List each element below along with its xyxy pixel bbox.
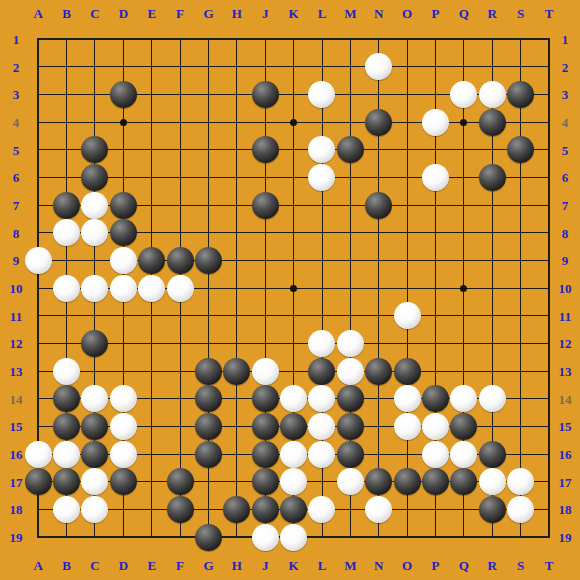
intersection-O15[interactable]	[393, 413, 421, 441]
intersection-N16[interactable]	[365, 440, 393, 468]
intersection-C14[interactable]	[81, 385, 109, 413]
black-stone-Q15[interactable]	[450, 413, 477, 440]
intersection-C5[interactable]	[81, 136, 109, 164]
intersection-G17[interactable]	[194, 468, 222, 496]
intersection-F8[interactable]	[166, 219, 194, 247]
black-stone-M16[interactable]	[337, 441, 364, 468]
white-stone-D16[interactable]	[110, 441, 137, 468]
white-stone-K16[interactable]	[280, 441, 307, 468]
intersection-F14[interactable]	[166, 385, 194, 413]
intersection-D10[interactable]	[109, 274, 137, 302]
black-stone-N7[interactable]	[365, 192, 392, 219]
intersection-S5[interactable]	[506, 136, 534, 164]
white-stone-R14[interactable]	[479, 385, 506, 412]
black-stone-J18[interactable]	[252, 496, 279, 523]
intersection-D19[interactable]	[109, 523, 137, 551]
intersection-Q4[interactable]	[450, 108, 478, 136]
intersection-J11[interactable]	[251, 302, 279, 330]
intersection-E12[interactable]	[138, 330, 166, 358]
intersection-D7[interactable]	[109, 191, 137, 219]
intersection-B1[interactable]	[52, 25, 80, 53]
black-stone-C16[interactable]	[81, 441, 108, 468]
white-stone-L16[interactable]	[308, 441, 335, 468]
intersection-C6[interactable]	[81, 164, 109, 192]
intersection-D6[interactable]	[109, 164, 137, 192]
intersection-M14[interactable]	[336, 385, 364, 413]
intersection-G16[interactable]	[194, 440, 222, 468]
white-stone-Q16[interactable]	[450, 441, 477, 468]
intersection-L8[interactable]	[308, 219, 336, 247]
intersection-O7[interactable]	[393, 191, 421, 219]
intersection-T18[interactable]	[535, 496, 563, 524]
intersection-Q6[interactable]	[450, 164, 478, 192]
white-stone-B18[interactable]	[53, 496, 80, 523]
intersection-R19[interactable]	[478, 523, 506, 551]
white-stone-D10[interactable]	[110, 275, 137, 302]
intersection-H14[interactable]	[223, 385, 251, 413]
intersection-D11[interactable]	[109, 302, 137, 330]
intersection-Q14[interactable]	[450, 385, 478, 413]
intersection-T6[interactable]	[535, 164, 563, 192]
intersection-Q16[interactable]	[450, 440, 478, 468]
intersection-F12[interactable]	[166, 330, 194, 358]
intersection-O11[interactable]	[393, 302, 421, 330]
intersection-A17[interactable]	[24, 468, 52, 496]
intersection-E5[interactable]	[138, 136, 166, 164]
intersection-G12[interactable]	[194, 330, 222, 358]
intersection-R9[interactable]	[478, 247, 506, 275]
intersection-S4[interactable]	[506, 108, 534, 136]
intersection-E16[interactable]	[138, 440, 166, 468]
intersection-B12[interactable]	[52, 330, 80, 358]
intersection-N6[interactable]	[365, 164, 393, 192]
intersection-E11[interactable]	[138, 302, 166, 330]
intersection-N7[interactable]	[365, 191, 393, 219]
intersection-O5[interactable]	[393, 136, 421, 164]
intersection-J16[interactable]	[251, 440, 279, 468]
intersection-E15[interactable]	[138, 413, 166, 441]
intersection-L1[interactable]	[308, 25, 336, 53]
intersection-K7[interactable]	[279, 191, 307, 219]
intersection-K17[interactable]	[279, 468, 307, 496]
intersection-G15[interactable]	[194, 413, 222, 441]
intersection-K6[interactable]	[279, 164, 307, 192]
black-stone-B17[interactable]	[53, 468, 80, 495]
intersection-S3[interactable]	[506, 81, 534, 109]
intersection-L9[interactable]	[308, 247, 336, 275]
intersection-D9[interactable]	[109, 247, 137, 275]
white-stone-J13[interactable]	[252, 358, 279, 385]
intersection-E18[interactable]	[138, 496, 166, 524]
white-stone-C7[interactable]	[81, 192, 108, 219]
intersection-H12[interactable]	[223, 330, 251, 358]
black-stone-R18[interactable]	[479, 496, 506, 523]
white-stone-N18[interactable]	[365, 496, 392, 523]
intersection-K11[interactable]	[279, 302, 307, 330]
intersection-C4[interactable]	[81, 108, 109, 136]
black-stone-M14[interactable]	[337, 385, 364, 412]
intersection-R16[interactable]	[478, 440, 506, 468]
intersection-S19[interactable]	[506, 523, 534, 551]
black-stone-N13[interactable]	[365, 358, 392, 385]
intersection-L13[interactable]	[308, 357, 336, 385]
intersection-K3[interactable]	[279, 81, 307, 109]
intersection-O14[interactable]	[393, 385, 421, 413]
white-stone-C8[interactable]	[81, 219, 108, 246]
black-stone-J17[interactable]	[252, 468, 279, 495]
intersection-N12[interactable]	[365, 330, 393, 358]
intersection-N18[interactable]	[365, 496, 393, 524]
white-stone-P6[interactable]	[422, 164, 449, 191]
intersection-C17[interactable]	[81, 468, 109, 496]
intersection-M1[interactable]	[336, 25, 364, 53]
black-stone-G16[interactable]	[195, 441, 222, 468]
intersection-A10[interactable]	[24, 274, 52, 302]
white-stone-O15[interactable]	[394, 413, 421, 440]
white-stone-L12[interactable]	[308, 330, 335, 357]
intersection-N9[interactable]	[365, 247, 393, 275]
white-stone-L14[interactable]	[308, 385, 335, 412]
black-stone-K18[interactable]	[280, 496, 307, 523]
intersection-A4[interactable]	[24, 108, 52, 136]
black-stone-E9[interactable]	[138, 247, 165, 274]
intersection-C10[interactable]	[81, 274, 109, 302]
intersection-R2[interactable]	[478, 53, 506, 81]
intersection-S13[interactable]	[506, 357, 534, 385]
intersection-D1[interactable]	[109, 25, 137, 53]
black-stone-B14[interactable]	[53, 385, 80, 412]
intersection-R6[interactable]	[478, 164, 506, 192]
intersection-O12[interactable]	[393, 330, 421, 358]
intersection-S17[interactable]	[506, 468, 534, 496]
intersection-G13[interactable]	[194, 357, 222, 385]
intersection-M7[interactable]	[336, 191, 364, 219]
black-stone-B7[interactable]	[53, 192, 80, 219]
intersection-Q11[interactable]	[450, 302, 478, 330]
intersection-C19[interactable]	[81, 523, 109, 551]
intersection-O6[interactable]	[393, 164, 421, 192]
intersection-H1[interactable]	[223, 25, 251, 53]
intersection-P8[interactable]	[421, 219, 449, 247]
white-stone-J19[interactable]	[252, 524, 279, 551]
black-stone-C12[interactable]	[81, 330, 108, 357]
intersection-E10[interactable]	[138, 274, 166, 302]
intersection-P6[interactable]	[421, 164, 449, 192]
intersection-T12[interactable]	[535, 330, 563, 358]
black-stone-J14[interactable]	[252, 385, 279, 412]
intersection-C12[interactable]	[81, 330, 109, 358]
intersection-A3[interactable]	[24, 81, 52, 109]
intersection-F18[interactable]	[166, 496, 194, 524]
intersection-L4[interactable]	[308, 108, 336, 136]
white-stone-A16[interactable]	[25, 441, 52, 468]
intersection-C16[interactable]	[81, 440, 109, 468]
intersection-A5[interactable]	[24, 136, 52, 164]
intersection-J14[interactable]	[251, 385, 279, 413]
intersection-E19[interactable]	[138, 523, 166, 551]
intersection-H13[interactable]	[223, 357, 251, 385]
intersection-P14[interactable]	[421, 385, 449, 413]
white-stone-P15[interactable]	[422, 413, 449, 440]
white-stone-B10[interactable]	[53, 275, 80, 302]
intersection-O18[interactable]	[393, 496, 421, 524]
intersection-S7[interactable]	[506, 191, 534, 219]
intersection-B17[interactable]	[52, 468, 80, 496]
intersection-A11[interactable]	[24, 302, 52, 330]
intersection-G2[interactable]	[194, 53, 222, 81]
intersection-S14[interactable]	[506, 385, 534, 413]
intersection-E13[interactable]	[138, 357, 166, 385]
intersection-L15[interactable]	[308, 413, 336, 441]
intersection-C7[interactable]	[81, 191, 109, 219]
intersection-L3[interactable]	[308, 81, 336, 109]
intersection-J10[interactable]	[251, 274, 279, 302]
intersection-P10[interactable]	[421, 274, 449, 302]
intersection-C15[interactable]	[81, 413, 109, 441]
intersection-R8[interactable]	[478, 219, 506, 247]
intersection-D15[interactable]	[109, 413, 137, 441]
white-stone-S17[interactable]	[507, 468, 534, 495]
intersection-B13[interactable]	[52, 357, 80, 385]
intersection-K2[interactable]	[279, 53, 307, 81]
black-stone-F9[interactable]	[167, 247, 194, 274]
intersection-B4[interactable]	[52, 108, 80, 136]
intersection-M2[interactable]	[336, 53, 364, 81]
intersection-K4[interactable]	[279, 108, 307, 136]
intersection-H15[interactable]	[223, 413, 251, 441]
intersection-M18[interactable]	[336, 496, 364, 524]
intersection-Q18[interactable]	[450, 496, 478, 524]
intersection-A8[interactable]	[24, 219, 52, 247]
intersection-T17[interactable]	[535, 468, 563, 496]
intersection-F19[interactable]	[166, 523, 194, 551]
black-stone-N4[interactable]	[365, 109, 392, 136]
intersection-G3[interactable]	[194, 81, 222, 109]
intersection-L2[interactable]	[308, 53, 336, 81]
intersection-M19[interactable]	[336, 523, 364, 551]
black-stone-R16[interactable]	[479, 441, 506, 468]
intersection-P19[interactable]	[421, 523, 449, 551]
intersection-T5[interactable]	[535, 136, 563, 164]
intersection-D8[interactable]	[109, 219, 137, 247]
intersection-R15[interactable]	[478, 413, 506, 441]
intersection-A12[interactable]	[24, 330, 52, 358]
intersection-Q3[interactable]	[450, 81, 478, 109]
intersection-Q7[interactable]	[450, 191, 478, 219]
intersection-S11[interactable]	[506, 302, 534, 330]
intersection-H3[interactable]	[223, 81, 251, 109]
intersection-N8[interactable]	[365, 219, 393, 247]
intersection-C3[interactable]	[81, 81, 109, 109]
white-stone-M17[interactable]	[337, 468, 364, 495]
intersection-F13[interactable]	[166, 357, 194, 385]
white-stone-A9[interactable]	[25, 247, 52, 274]
intersection-D14[interactable]	[109, 385, 137, 413]
intersection-O17[interactable]	[393, 468, 421, 496]
intersection-T11[interactable]	[535, 302, 563, 330]
white-stone-B8[interactable]	[53, 219, 80, 246]
intersection-J9[interactable]	[251, 247, 279, 275]
intersection-G4[interactable]	[194, 108, 222, 136]
intersection-F6[interactable]	[166, 164, 194, 192]
intersection-T19[interactable]	[535, 523, 563, 551]
intersection-E3[interactable]	[138, 81, 166, 109]
intersection-R13[interactable]	[478, 357, 506, 385]
intersection-Q1[interactable]	[450, 25, 478, 53]
intersection-E17[interactable]	[138, 468, 166, 496]
intersection-B2[interactable]	[52, 53, 80, 81]
intersection-K18[interactable]	[279, 496, 307, 524]
intersection-H6[interactable]	[223, 164, 251, 192]
intersection-B8[interactable]	[52, 219, 80, 247]
white-stone-L5[interactable]	[308, 136, 335, 163]
white-stone-Q14[interactable]	[450, 385, 477, 412]
intersection-J2[interactable]	[251, 53, 279, 81]
intersection-N10[interactable]	[365, 274, 393, 302]
intersection-L11[interactable]	[308, 302, 336, 330]
black-stone-F17[interactable]	[167, 468, 194, 495]
intersection-D12[interactable]	[109, 330, 137, 358]
white-stone-L18[interactable]	[308, 496, 335, 523]
intersection-N14[interactable]	[365, 385, 393, 413]
black-stone-R4[interactable]	[479, 109, 506, 136]
intersection-R7[interactable]	[478, 191, 506, 219]
white-stone-M13[interactable]	[337, 358, 364, 385]
intersection-N19[interactable]	[365, 523, 393, 551]
intersection-Q15[interactable]	[450, 413, 478, 441]
intersection-K10[interactable]	[279, 274, 307, 302]
intersection-N5[interactable]	[365, 136, 393, 164]
intersection-F2[interactable]	[166, 53, 194, 81]
intersection-A19[interactable]	[24, 523, 52, 551]
black-stone-B15[interactable]	[53, 413, 80, 440]
white-stone-L15[interactable]	[308, 413, 335, 440]
intersection-O19[interactable]	[393, 523, 421, 551]
white-stone-L3[interactable]	[308, 81, 335, 108]
black-stone-M15[interactable]	[337, 413, 364, 440]
intersection-R4[interactable]	[478, 108, 506, 136]
intersection-D5[interactable]	[109, 136, 137, 164]
intersection-L19[interactable]	[308, 523, 336, 551]
intersection-R12[interactable]	[478, 330, 506, 358]
intersection-M8[interactable]	[336, 219, 364, 247]
intersection-A9[interactable]	[24, 247, 52, 275]
intersection-R3[interactable]	[478, 81, 506, 109]
intersection-M13[interactable]	[336, 357, 364, 385]
intersection-N4[interactable]	[365, 108, 393, 136]
intersection-R14[interactable]	[478, 385, 506, 413]
intersection-M11[interactable]	[336, 302, 364, 330]
intersection-R5[interactable]	[478, 136, 506, 164]
intersection-R18[interactable]	[478, 496, 506, 524]
white-stone-C14[interactable]	[81, 385, 108, 412]
intersection-K1[interactable]	[279, 25, 307, 53]
intersection-T2[interactable]	[535, 53, 563, 81]
intersection-P7[interactable]	[421, 191, 449, 219]
intersection-C11[interactable]	[81, 302, 109, 330]
intersection-T9[interactable]	[535, 247, 563, 275]
intersection-D4[interactable]	[109, 108, 137, 136]
intersection-S2[interactable]	[506, 53, 534, 81]
intersection-C2[interactable]	[81, 53, 109, 81]
intersection-F17[interactable]	[166, 468, 194, 496]
intersection-B5[interactable]	[52, 136, 80, 164]
intersection-M17[interactable]	[336, 468, 364, 496]
intersection-R17[interactable]	[478, 468, 506, 496]
intersection-E1[interactable]	[138, 25, 166, 53]
black-stone-D8[interactable]	[110, 219, 137, 246]
intersection-J17[interactable]	[251, 468, 279, 496]
black-stone-C15[interactable]	[81, 413, 108, 440]
white-stone-E10[interactable]	[138, 275, 165, 302]
white-stone-R3[interactable]	[479, 81, 506, 108]
intersection-H17[interactable]	[223, 468, 251, 496]
intersection-O8[interactable]	[393, 219, 421, 247]
intersection-F5[interactable]	[166, 136, 194, 164]
black-stone-H18[interactable]	[223, 496, 250, 523]
white-stone-C18[interactable]	[81, 496, 108, 523]
intersection-T1[interactable]	[535, 25, 563, 53]
intersection-E7[interactable]	[138, 191, 166, 219]
intersection-K19[interactable]	[279, 523, 307, 551]
intersection-K13[interactable]	[279, 357, 307, 385]
intersection-T15[interactable]	[535, 413, 563, 441]
intersection-G8[interactable]	[194, 219, 222, 247]
intersection-O10[interactable]	[393, 274, 421, 302]
intersection-C18[interactable]	[81, 496, 109, 524]
intersection-M4[interactable]	[336, 108, 364, 136]
white-stone-O11[interactable]	[394, 302, 421, 329]
intersection-S12[interactable]	[506, 330, 534, 358]
black-stone-A17[interactable]	[25, 468, 52, 495]
intersection-J5[interactable]	[251, 136, 279, 164]
intersection-Q8[interactable]	[450, 219, 478, 247]
black-stone-K15[interactable]	[280, 413, 307, 440]
intersection-J18[interactable]	[251, 496, 279, 524]
intersection-A2[interactable]	[24, 53, 52, 81]
intersection-R10[interactable]	[478, 274, 506, 302]
intersection-P1[interactable]	[421, 25, 449, 53]
white-stone-P4[interactable]	[422, 109, 449, 136]
intersection-K8[interactable]	[279, 219, 307, 247]
intersection-P5[interactable]	[421, 136, 449, 164]
intersection-T13[interactable]	[535, 357, 563, 385]
black-stone-N17[interactable]	[365, 468, 392, 495]
black-stone-J15[interactable]	[252, 413, 279, 440]
intersection-O16[interactable]	[393, 440, 421, 468]
intersection-A15[interactable]	[24, 413, 52, 441]
intersection-G19[interactable]	[194, 523, 222, 551]
intersection-E2[interactable]	[138, 53, 166, 81]
intersection-N15[interactable]	[365, 413, 393, 441]
intersection-T10[interactable]	[535, 274, 563, 302]
intersection-S1[interactable]	[506, 25, 534, 53]
black-stone-J16[interactable]	[252, 441, 279, 468]
intersection-C9[interactable]	[81, 247, 109, 275]
intersection-G11[interactable]	[194, 302, 222, 330]
intersection-M12[interactable]	[336, 330, 364, 358]
intersection-G10[interactable]	[194, 274, 222, 302]
intersection-grid[interactable]	[24, 25, 563, 551]
intersection-H9[interactable]	[223, 247, 251, 275]
black-stone-P14[interactable]	[422, 385, 449, 412]
intersection-D18[interactable]	[109, 496, 137, 524]
white-stone-M12[interactable]	[337, 330, 364, 357]
intersection-A7[interactable]	[24, 191, 52, 219]
intersection-S9[interactable]	[506, 247, 534, 275]
black-stone-L13[interactable]	[308, 358, 335, 385]
black-stone-G19[interactable]	[195, 524, 222, 551]
